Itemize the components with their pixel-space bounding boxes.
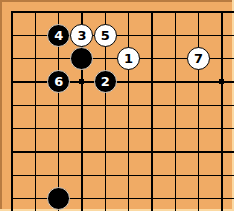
grid-line-horizontal — [11, 198, 234, 200]
board-edge-line-top — [11, 11, 234, 14]
grid-line-horizontal — [11, 105, 234, 107]
grid-line-horizontal — [11, 128, 234, 130]
frame-edge-left — [0, 0, 2, 211]
grid-line-horizontal — [11, 175, 234, 177]
stone-move-number: 2 — [101, 75, 110, 88]
stone-black-6: 6 — [47, 70, 70, 93]
grid-line-vertical — [221, 11, 223, 211]
grid-line-horizontal — [11, 81, 234, 83]
stone-white-3: 3 — [70, 24, 93, 47]
grid-line-horizontal — [11, 151, 234, 153]
stone-move-number: 3 — [77, 29, 86, 42]
star-point — [79, 79, 84, 84]
grid-line-vertical — [35, 11, 37, 211]
grid-line-horizontal — [11, 35, 234, 37]
stone-move-number: 4 — [54, 29, 63, 42]
stone-move-number: 5 — [101, 29, 110, 42]
grid-line-vertical — [151, 11, 153, 211]
grid-line-vertical — [198, 11, 200, 211]
stone-white-1: 1 — [117, 47, 140, 70]
stone-move-number: 7 — [194, 52, 203, 65]
stone-black-4: 4 — [47, 24, 70, 47]
stone-white-5: 5 — [94, 24, 117, 47]
stone-white-7: 7 — [187, 47, 210, 70]
grid-line-vertical — [128, 11, 130, 211]
frame-edge-top — [0, 0, 234, 2]
star-point — [219, 79, 224, 84]
stone-black — [70, 47, 93, 70]
board-edge-line-left — [11, 11, 14, 211]
grid-line-vertical — [175, 11, 177, 211]
stone-move-number: 6 — [54, 75, 63, 88]
go-board: 1234567 — [0, 0, 234, 211]
stone-black — [47, 187, 70, 210]
stone-move-number: 1 — [124, 52, 133, 65]
stone-black-2: 2 — [94, 70, 117, 93]
